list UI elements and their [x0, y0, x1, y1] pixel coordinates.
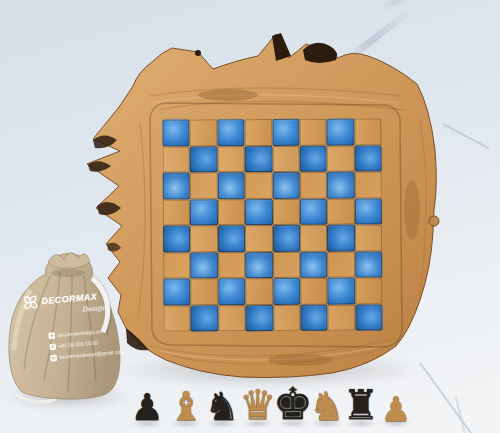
- piece-black-pawn[interactable]: ♟: [125, 389, 169, 426]
- chess-pieces-row: ♟♝♞♛♚♞♜♟: [0, 0, 500, 433]
- piece-light-wood-pawn[interactable]: ♟: [374, 392, 418, 426]
- scene: DECORMAX Design ⊕decormaxdesign.com✆+00 …: [0, 0, 500, 433]
